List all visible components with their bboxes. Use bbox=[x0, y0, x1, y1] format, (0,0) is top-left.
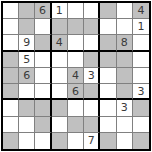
sudoku-cell-r1c2[interactable] bbox=[19, 3, 35, 19]
sudoku-cell-r3c7[interactable] bbox=[100, 35, 116, 51]
sudoku-cell-r4c7[interactable] bbox=[100, 52, 116, 68]
sudoku-cell-r2c2[interactable] bbox=[19, 19, 35, 35]
sudoku-cell-r7c3[interactable] bbox=[35, 100, 51, 116]
sudoku-cell-r1c1[interactable] bbox=[3, 3, 19, 19]
sudoku-cell-r8c8[interactable] bbox=[117, 117, 133, 133]
sudoku-cell-r4c3[interactable] bbox=[35, 52, 51, 68]
sudoku-cell-r9c4[interactable] bbox=[52, 133, 68, 149]
sudoku-cell-r4c2[interactable]: 5 bbox=[19, 52, 35, 68]
sudoku-cell-r8c9[interactable] bbox=[133, 117, 149, 133]
sudoku-cell-r8c2[interactable] bbox=[19, 117, 35, 133]
sudoku-cell-r9c5[interactable] bbox=[68, 133, 84, 149]
sudoku-cell-r7c1[interactable] bbox=[3, 100, 19, 116]
sudoku-cell-r7c2[interactable] bbox=[19, 100, 35, 116]
sudoku-cell-r1c8[interactable] bbox=[117, 3, 133, 19]
sudoku-cell-r5c4[interactable] bbox=[52, 68, 68, 84]
sudoku-cell-r6c2[interactable] bbox=[19, 84, 35, 100]
sudoku-cell-r9c2[interactable] bbox=[19, 133, 35, 149]
sudoku-cell-r4c5[interactable] bbox=[68, 52, 84, 68]
sudoku-cell-r4c1[interactable] bbox=[3, 52, 19, 68]
sudoku-cell-r9c6[interactable]: 7 bbox=[84, 133, 100, 149]
sudoku-cell-r8c1[interactable] bbox=[3, 117, 19, 133]
sudoku-cell-r3c6[interactable] bbox=[84, 35, 100, 51]
sudoku-cell-r9c1[interactable] bbox=[3, 133, 19, 149]
sudoku-cell-r6c8[interactable] bbox=[117, 84, 133, 100]
sudoku-cell-r1c6[interactable] bbox=[84, 3, 100, 19]
sudoku-cell-r4c6[interactable] bbox=[84, 52, 100, 68]
sudoku-cell-r5c2[interactable]: 6 bbox=[19, 68, 35, 84]
sudoku-cell-r4c9[interactable] bbox=[133, 52, 149, 68]
sudoku-cell-r8c4[interactable] bbox=[52, 117, 68, 133]
sudoku-cell-r6c5[interactable]: 6 bbox=[68, 84, 84, 100]
sudoku-cell-r2c3[interactable] bbox=[35, 19, 51, 35]
sudoku-cell-r9c7[interactable] bbox=[100, 133, 116, 149]
sudoku-cell-r2c6[interactable] bbox=[84, 19, 100, 35]
sudoku-cell-r6c3[interactable] bbox=[35, 84, 51, 100]
sudoku-cell-r3c5[interactable] bbox=[68, 35, 84, 51]
sudoku-cell-r5c5[interactable]: 4 bbox=[68, 68, 84, 84]
sudoku-cell-r7c7[interactable] bbox=[100, 100, 116, 116]
sudoku-cell-r8c3[interactable] bbox=[35, 117, 51, 133]
sudoku-cell-r9c3[interactable] bbox=[35, 133, 51, 149]
sudoku-cell-r6c4[interactable] bbox=[52, 84, 68, 100]
sudoku-cell-r2c8[interactable] bbox=[117, 19, 133, 35]
sudoku-cell-r3c8[interactable]: 8 bbox=[117, 35, 133, 51]
sudoku-cell-r1c7[interactable] bbox=[100, 3, 116, 19]
sudoku-cell-r1c9[interactable]: 4 bbox=[133, 3, 149, 19]
sudoku-cell-r7c5[interactable] bbox=[68, 100, 84, 116]
sudoku-cell-r7c6[interactable] bbox=[84, 100, 100, 116]
sudoku-cell-r3c1[interactable] bbox=[3, 35, 19, 51]
sudoku-cell-r2c1[interactable] bbox=[3, 19, 19, 35]
sudoku-cell-r5c3[interactable] bbox=[35, 68, 51, 84]
sudoku-cell-r3c3[interactable] bbox=[35, 35, 51, 51]
sudoku-cell-r4c4[interactable] bbox=[52, 52, 68, 68]
sudoku-cell-r6c1[interactable] bbox=[3, 84, 19, 100]
sudoku-cell-r7c9[interactable] bbox=[133, 100, 149, 116]
sudoku-cell-r2c9[interactable]: 1 bbox=[133, 19, 149, 35]
sudoku-cell-r7c4[interactable] bbox=[52, 100, 68, 116]
sudoku-cell-r5c8[interactable] bbox=[117, 68, 133, 84]
sudoku-cell-r9c9[interactable] bbox=[133, 133, 149, 149]
sudoku-cell-r8c5[interactable] bbox=[68, 117, 84, 133]
sudoku-cell-r5c9[interactable] bbox=[133, 68, 149, 84]
sudoku-cell-r5c7[interactable] bbox=[100, 68, 116, 84]
sudoku-cell-r5c6[interactable]: 3 bbox=[84, 68, 100, 84]
sudoku-cell-r3c2[interactable]: 9 bbox=[19, 35, 35, 51]
sudoku-cell-r7c8[interactable]: 3 bbox=[117, 100, 133, 116]
sudoku-cell-r6c7[interactable] bbox=[100, 84, 116, 100]
sudoku-cell-r4c8[interactable] bbox=[117, 52, 133, 68]
sudoku-cell-r1c4[interactable]: 1 bbox=[52, 3, 68, 19]
sudoku-cell-r1c3[interactable]: 6 bbox=[35, 3, 51, 19]
sudoku-cell-r6c9[interactable]: 3 bbox=[133, 84, 149, 100]
sudoku-cell-r2c4[interactable] bbox=[52, 19, 68, 35]
sudoku-cell-r2c7[interactable] bbox=[100, 19, 116, 35]
sudoku-cell-r3c9[interactable] bbox=[133, 35, 149, 51]
sudoku-cell-r8c6[interactable] bbox=[84, 117, 100, 133]
sudoku-cell-r9c8[interactable] bbox=[117, 133, 133, 149]
sudoku-cell-r5c1[interactable] bbox=[3, 68, 19, 84]
sudoku-cell-r6c6[interactable] bbox=[84, 84, 100, 100]
sudoku-cell-r8c7[interactable] bbox=[100, 117, 116, 133]
sudoku-cell-r2c5[interactable] bbox=[68, 19, 84, 35]
sudoku-board: 614194856436337 bbox=[1, 1, 151, 151]
sudoku-cell-r1c5[interactable] bbox=[68, 3, 84, 19]
sudoku-cell-r3c4[interactable]: 4 bbox=[52, 35, 68, 51]
